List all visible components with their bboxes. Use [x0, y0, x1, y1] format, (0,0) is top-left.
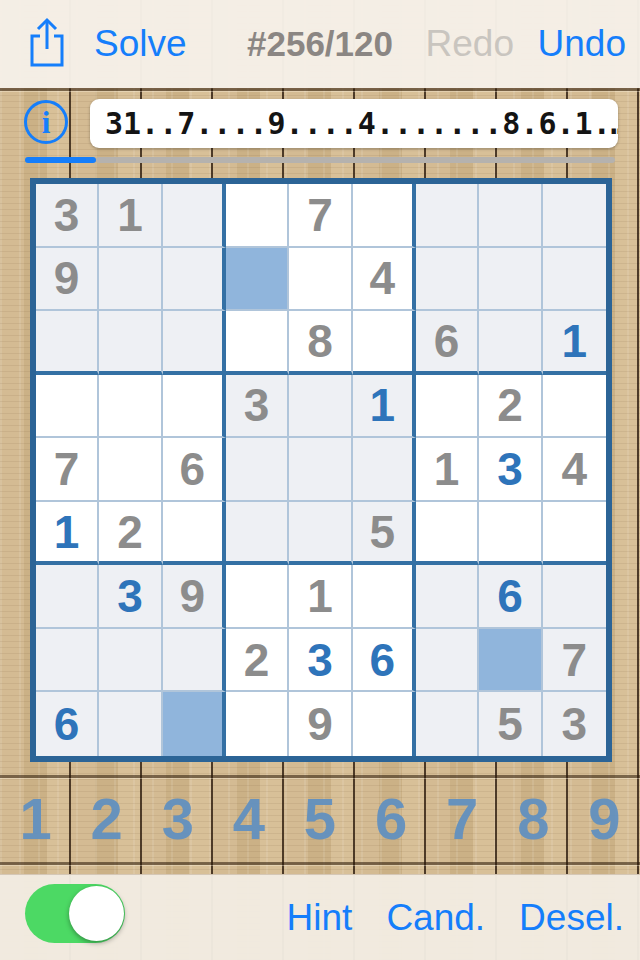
- cell-r9c9[interactable]: 3: [543, 692, 606, 756]
- cell-r2c9[interactable]: [543, 248, 606, 312]
- solve-button[interactable]: Solve: [94, 0, 187, 88]
- cell-r1c1[interactable]: 3: [36, 184, 99, 248]
- cell-r9c4[interactable]: [226, 692, 289, 756]
- cell-r3c3[interactable]: [163, 311, 226, 375]
- cell-r7c9[interactable]: [543, 565, 606, 629]
- cell-r6c8[interactable]: [479, 502, 542, 566]
- puzzle-title: #256/120: [247, 0, 393, 88]
- cell-r5c2[interactable]: [99, 438, 162, 502]
- cell-r6c6[interactable]: 5: [353, 502, 416, 566]
- cell-r1c7[interactable]: [416, 184, 479, 248]
- cell-r6c2[interactable]: 2: [99, 502, 162, 566]
- field-scroll-track[interactable]: [96, 157, 615, 163]
- cell-r3c5[interactable]: 8: [289, 311, 352, 375]
- cell-r4c1[interactable]: [36, 375, 99, 439]
- info-tab-underline: [25, 157, 96, 163]
- deselect-button[interactable]: Desel.: [519, 897, 624, 939]
- plank-joint: [0, 862, 640, 865]
- cell-r2c6[interactable]: 4: [353, 248, 416, 312]
- cell-r4c4[interactable]: 3: [226, 375, 289, 439]
- cell-r3c4[interactable]: [226, 311, 289, 375]
- pad-digit-6[interactable]: 6: [356, 778, 427, 858]
- cell-r9c1[interactable]: 6: [36, 692, 99, 756]
- cell-r2c2[interactable]: [99, 248, 162, 312]
- undo-button[interactable]: Undo: [538, 0, 626, 88]
- redo-button: Redo: [426, 0, 514, 88]
- cell-r1c2[interactable]: 1: [99, 184, 162, 248]
- cell-r4c7[interactable]: [416, 375, 479, 439]
- cell-r2c3[interactable]: [163, 248, 226, 312]
- cell-r5c8[interactable]: 3: [479, 438, 542, 502]
- cell-r5c5[interactable]: [289, 438, 352, 502]
- cell-r4c8[interactable]: 2: [479, 375, 542, 439]
- cell-r3c6[interactable]: [353, 311, 416, 375]
- cell-r4c9[interactable]: [543, 375, 606, 439]
- candidates-button[interactable]: Cand.: [386, 897, 485, 939]
- cell-r8c5[interactable]: 3: [289, 629, 352, 693]
- cell-r5c1[interactable]: 7: [36, 438, 99, 502]
- cell-r7c7[interactable]: [416, 565, 479, 629]
- number-pad: 123456789: [0, 778, 640, 858]
- cell-r7c5[interactable]: 1: [289, 565, 352, 629]
- cell-r8c7[interactable]: [416, 629, 479, 693]
- cell-r1c4[interactable]: [226, 184, 289, 248]
- info-icon: i: [42, 105, 51, 140]
- pad-digit-7[interactable]: 7: [427, 778, 498, 858]
- cell-r8c2[interactable]: [99, 629, 162, 693]
- pad-digit-8[interactable]: 8: [498, 778, 569, 858]
- cell-r3c1[interactable]: [36, 311, 99, 375]
- cell-r3c7[interactable]: 6: [416, 311, 479, 375]
- cell-r5c7[interactable]: 1: [416, 438, 479, 502]
- cell-r1c3[interactable]: [163, 184, 226, 248]
- toggle-knob[interactable]: [69, 886, 124, 941]
- cell-r2c1[interactable]: 9: [36, 248, 99, 312]
- cell-r7c8[interactable]: 6: [479, 565, 542, 629]
- cell-r4c6[interactable]: 1: [353, 375, 416, 439]
- cell-r7c1[interactable]: [36, 565, 99, 629]
- cell-r1c5[interactable]: 7: [289, 184, 352, 248]
- cell-r6c4[interactable]: [226, 502, 289, 566]
- puzzle-string-field[interactable]: 31..7....9....4.......8.6.1.…: [90, 99, 618, 148]
- cell-r8c6[interactable]: 6: [353, 629, 416, 693]
- cell-r4c5[interactable]: [289, 375, 352, 439]
- cell-r8c4[interactable]: 2: [226, 629, 289, 693]
- bottom-toolbar: Hint Cand. Desel.: [0, 874, 640, 960]
- cell-r6c3[interactable]: [163, 502, 226, 566]
- cell-r7c6[interactable]: [353, 565, 416, 629]
- cell-r9c3[interactable]: [163, 692, 226, 756]
- cell-r9c8[interactable]: 5: [479, 692, 542, 756]
- pad-digit-2[interactable]: 2: [71, 778, 142, 858]
- cell-r9c6[interactable]: [353, 692, 416, 756]
- pad-digit-5[interactable]: 5: [284, 778, 355, 858]
- cell-r2c4[interactable]: [226, 248, 289, 312]
- cell-r5c3[interactable]: 6: [163, 438, 226, 502]
- share-icon: [25, 57, 69, 72]
- cell-r1c6[interactable]: [353, 184, 416, 248]
- cell-r5c9[interactable]: 4: [543, 438, 606, 502]
- cell-r9c2[interactable]: [99, 692, 162, 756]
- cell-r7c4[interactable]: [226, 565, 289, 629]
- cell-r6c7[interactable]: [416, 502, 479, 566]
- cell-r8c8[interactable]: [479, 629, 542, 693]
- cell-r6c5[interactable]: [289, 502, 352, 566]
- tool-buttons: Hint Cand. Desel.: [287, 875, 624, 960]
- cell-r4c2[interactable]: [99, 375, 162, 439]
- cell-r2c5[interactable]: [289, 248, 352, 312]
- cell-r4c3[interactable]: [163, 375, 226, 439]
- hint-button[interactable]: Hint: [287, 897, 353, 939]
- cell-r3c8[interactable]: [479, 311, 542, 375]
- cell-r6c9[interactable]: [543, 502, 606, 566]
- pad-digit-1[interactable]: 1: [0, 778, 71, 858]
- cell-r8c1[interactable]: [36, 629, 99, 693]
- pencil-mode-toggle[interactable]: [25, 884, 125, 943]
- cell-r5c4[interactable]: [226, 438, 289, 502]
- cell-r2c7[interactable]: [416, 248, 479, 312]
- pad-digit-9[interactable]: 9: [569, 778, 640, 858]
- plank-joint: [0, 88, 640, 91]
- pad-digit-4[interactable]: 4: [213, 778, 284, 858]
- pad-digit-3[interactable]: 3: [142, 778, 213, 858]
- cell-r3c9[interactable]: 1: [543, 311, 606, 375]
- cell-r6c1[interactable]: 1: [36, 502, 99, 566]
- navigation-bar: Solve #256/120 Redo Undo: [0, 0, 640, 88]
- cell-r8c3[interactable]: [163, 629, 226, 693]
- cell-r1c9[interactable]: [543, 184, 606, 248]
- cell-r1c8[interactable]: [479, 184, 542, 248]
- cell-r8c9[interactable]: 7: [543, 629, 606, 693]
- cell-r9c7[interactable]: [416, 692, 479, 756]
- cell-r5c6[interactable]: [353, 438, 416, 502]
- cell-r3c2[interactable]: [99, 311, 162, 375]
- cell-r7c3[interactable]: 9: [163, 565, 226, 629]
- sudoku-board: 3179486131276134125391623676953: [30, 178, 612, 762]
- share-button[interactable]: [24, 17, 70, 71]
- info-button[interactable]: i: [24, 100, 68, 144]
- cell-r2c8[interactable]: [479, 248, 542, 312]
- cell-r9c5[interactable]: 9: [289, 692, 352, 756]
- cell-r7c2[interactable]: 3: [99, 565, 162, 629]
